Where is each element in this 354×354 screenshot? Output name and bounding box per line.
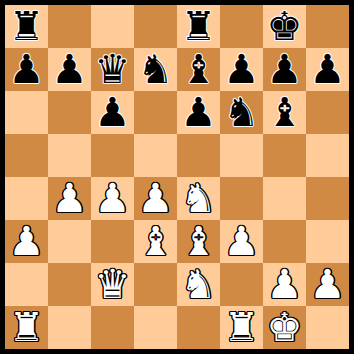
square-b8[interactable] [48, 5, 91, 48]
square-b2[interactable] [48, 263, 91, 306]
square-d8[interactable] [134, 5, 177, 48]
square-f1[interactable]: ♜ [220, 306, 263, 349]
square-g2[interactable]: ♟ [263, 263, 306, 306]
square-g1[interactable]: ♚ [263, 306, 306, 349]
square-f6[interactable]: ♞ [220, 91, 263, 134]
square-h1[interactable] [306, 306, 349, 349]
square-b1[interactable] [48, 306, 91, 349]
piece-black-bishop: ♝ [181, 48, 217, 91]
square-a6[interactable] [5, 91, 48, 134]
square-e2[interactable]: ♞ [177, 263, 220, 306]
square-a7[interactable]: ♟ [5, 48, 48, 91]
square-a4[interactable] [5, 177, 48, 220]
square-h4[interactable] [306, 177, 349, 220]
square-c7[interactable]: ♛ [91, 48, 134, 91]
piece-white-bishop: ♝ [138, 220, 174, 263]
piece-white-knight: ♞ [181, 177, 217, 220]
square-d3[interactable]: ♝ [134, 220, 177, 263]
square-d1[interactable] [134, 306, 177, 349]
piece-black-pawn: ♟ [9, 48, 45, 91]
piece-white-queen: ♛ [95, 263, 131, 306]
square-a1[interactable]: ♜ [5, 306, 48, 349]
square-f2[interactable] [220, 263, 263, 306]
piece-black-queen: ♛ [95, 48, 131, 91]
square-b5[interactable] [48, 134, 91, 177]
square-a2[interactable] [5, 263, 48, 306]
square-b7[interactable]: ♟ [48, 48, 91, 91]
square-g7[interactable]: ♟ [263, 48, 306, 91]
piece-white-pawn: ♟ [95, 177, 131, 220]
square-g6[interactable]: ♝ [263, 91, 306, 134]
square-g4[interactable] [263, 177, 306, 220]
square-c8[interactable] [91, 5, 134, 48]
square-c6[interactable]: ♟ [91, 91, 134, 134]
piece-black-king: ♚ [267, 5, 303, 48]
square-h8[interactable] [306, 5, 349, 48]
square-f3[interactable]: ♟ [220, 220, 263, 263]
piece-black-pawn: ♟ [267, 48, 303, 91]
square-h6[interactable] [306, 91, 349, 134]
piece-white-pawn: ♟ [9, 220, 45, 263]
piece-black-knight: ♞ [224, 91, 260, 134]
square-d2[interactable] [134, 263, 177, 306]
square-h2[interactable]: ♟ [306, 263, 349, 306]
piece-black-bishop: ♝ [267, 91, 303, 134]
square-c4[interactable]: ♟ [91, 177, 134, 220]
square-a3[interactable]: ♟ [5, 220, 48, 263]
piece-white-king: ♚ [267, 306, 303, 349]
piece-black-pawn: ♟ [181, 91, 217, 134]
piece-black-pawn: ♟ [95, 91, 131, 134]
piece-white-rook: ♜ [9, 306, 45, 349]
piece-black-rook: ♜ [181, 5, 217, 48]
square-c5[interactable] [91, 134, 134, 177]
piece-white-bishop: ♝ [181, 220, 217, 263]
piece-black-pawn: ♟ [52, 48, 88, 91]
square-d6[interactable] [134, 91, 177, 134]
square-h3[interactable] [306, 220, 349, 263]
piece-white-knight: ♞ [181, 263, 217, 306]
square-e4[interactable]: ♞ [177, 177, 220, 220]
square-a8[interactable]: ♜ [5, 5, 48, 48]
square-g3[interactable] [263, 220, 306, 263]
piece-black-rook: ♜ [9, 5, 45, 48]
piece-white-pawn: ♟ [224, 220, 260, 263]
square-h7[interactable]: ♟ [306, 48, 349, 91]
square-g8[interactable]: ♚ [263, 5, 306, 48]
square-b3[interactable] [48, 220, 91, 263]
square-e6[interactable]: ♟ [177, 91, 220, 134]
square-f4[interactable] [220, 177, 263, 220]
square-c1[interactable] [91, 306, 134, 349]
square-a5[interactable] [5, 134, 48, 177]
square-e8[interactable]: ♜ [177, 5, 220, 48]
square-f5[interactable] [220, 134, 263, 177]
piece-white-pawn: ♟ [310, 263, 346, 306]
piece-white-rook: ♜ [224, 306, 260, 349]
square-e5[interactable] [177, 134, 220, 177]
piece-black-pawn: ♟ [224, 48, 260, 91]
square-f7[interactable]: ♟ [220, 48, 263, 91]
square-g5[interactable] [263, 134, 306, 177]
square-e1[interactable] [177, 306, 220, 349]
square-d5[interactable] [134, 134, 177, 177]
square-f8[interactable] [220, 5, 263, 48]
piece-white-pawn: ♟ [138, 177, 174, 220]
piece-black-pawn: ♟ [310, 48, 346, 91]
square-b6[interactable] [48, 91, 91, 134]
square-h5[interactable] [306, 134, 349, 177]
chessboard-frame: ♜♜♚♟♟♛♞♝♟♟♟♟♟♞♝♟♟♟♞♟♝♝♟♛♞♟♟♜♜♚ [0, 0, 354, 354]
square-c2[interactable]: ♛ [91, 263, 134, 306]
piece-white-pawn: ♟ [267, 263, 303, 306]
piece-white-pawn: ♟ [52, 177, 88, 220]
square-b4[interactable]: ♟ [48, 177, 91, 220]
square-c3[interactable] [91, 220, 134, 263]
chess-board: ♜♜♚♟♟♛♞♝♟♟♟♟♟♞♝♟♟♟♞♟♝♝♟♛♞♟♟♜♜♚ [5, 5, 349, 349]
square-d4[interactable]: ♟ [134, 177, 177, 220]
square-d7[interactable]: ♞ [134, 48, 177, 91]
square-e7[interactable]: ♝ [177, 48, 220, 91]
piece-black-knight: ♞ [138, 48, 174, 91]
square-e3[interactable]: ♝ [177, 220, 220, 263]
